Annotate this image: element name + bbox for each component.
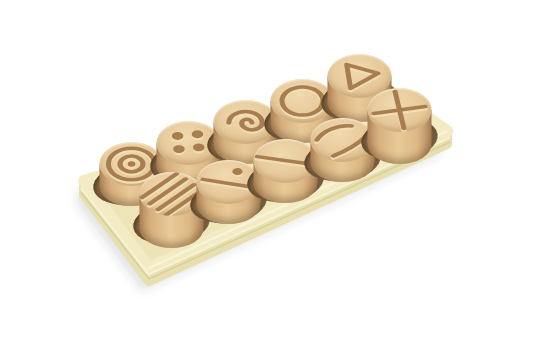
cross-engraving	[367, 88, 431, 132]
piece-top	[367, 88, 431, 132]
product-photo-scene	[0, 0, 533, 348]
piece-cross[interactable]	[367, 88, 431, 172]
